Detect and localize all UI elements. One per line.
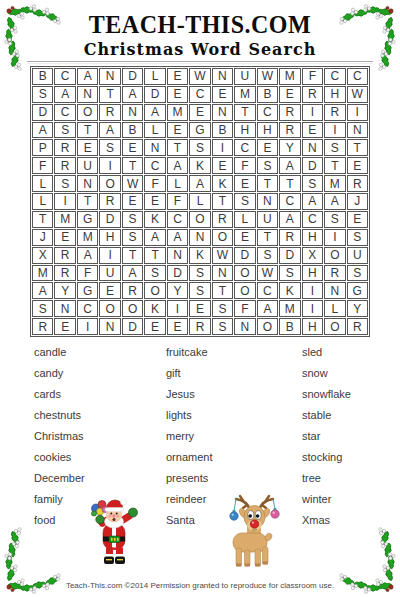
grid-cell-r14c13: I xyxy=(302,300,323,317)
grid-cell-r10c2: E xyxy=(54,229,75,246)
grid-cell-r1c6: L xyxy=(144,68,165,85)
grid-cell-r9c12: A xyxy=(279,211,300,228)
word-list-item: sled xyxy=(302,346,400,358)
grid-cell-r4c14: I xyxy=(324,122,345,139)
grid-cell-r1c2: C xyxy=(54,68,75,85)
word-list-item: Xmas xyxy=(302,514,400,526)
grid-cell-r2c1: S xyxy=(32,86,53,103)
grid-cell-r10c13: H xyxy=(302,229,323,246)
grid-cell-r8c12: C xyxy=(279,193,300,210)
grid-cell-r7c1: L xyxy=(32,175,53,192)
grid-cell-r10c6: A xyxy=(144,229,165,246)
word-list-item: stable xyxy=(302,409,400,421)
grid-cell-r4c13: E xyxy=(302,122,323,139)
grid-cell-r11c6: T xyxy=(144,247,165,264)
grid-cell-r4c7: E xyxy=(167,122,188,139)
grid-cell-r8c11: N xyxy=(257,193,278,210)
word-list-item: chestnuts xyxy=(34,409,159,421)
grid-cell-r8c2: I xyxy=(54,193,75,210)
grid-cell-r11c2: R xyxy=(54,247,75,264)
grid-cell-r7c13: S xyxy=(302,175,323,192)
grid-cell-r2c13: R xyxy=(302,86,323,103)
grid-cell-r8c4: R xyxy=(99,193,120,210)
grid-cell-r8c8: L xyxy=(189,193,210,210)
grid-cell-r12c7: D xyxy=(167,265,188,282)
grid-cell-r3c15: I xyxy=(347,104,368,121)
reindeer-image xyxy=(221,494,288,573)
grid-cell-r7c5: W xyxy=(122,175,143,192)
footer-credit: Teach-This.com ©2014 Permission granted … xyxy=(0,581,400,590)
grid-cell-r2c4: T xyxy=(99,86,120,103)
grid-cell-r11c7: N xyxy=(167,247,188,264)
grid-cell-r11c12: D xyxy=(279,247,300,264)
grid-cell-r14c12: M xyxy=(279,300,300,317)
grid-cell-r13c10: O xyxy=(234,282,255,299)
grid-cell-r11c14: O xyxy=(324,247,345,264)
grid-cell-r3c5: N xyxy=(122,104,143,121)
grid-cell-r9c11: U xyxy=(257,211,278,228)
grid-cell-r12c8: S xyxy=(189,265,210,282)
grid-cell-r6c8: K xyxy=(189,157,210,174)
grid-cell-r2c5: A xyxy=(122,86,143,103)
grid-cell-r5c2: R xyxy=(54,139,75,156)
grid-cell-r7c2: S xyxy=(54,175,75,192)
grid-cell-r13c11: C xyxy=(257,282,278,299)
word-list-item: tree xyxy=(302,472,400,484)
grid-cell-r15c12: B xyxy=(279,318,300,335)
title-divider xyxy=(27,61,373,64)
grid-cell-r2c10: M xyxy=(234,86,255,103)
grid-cell-r12c12: S xyxy=(279,265,300,282)
grid-cell-r2c6: D xyxy=(144,86,165,103)
grid-cell-r1c15: C xyxy=(347,68,368,85)
grid-cell-r14c15: Y xyxy=(347,300,368,317)
grid-cell-r11c15: U xyxy=(347,247,368,264)
grid-cell-r10c14: I xyxy=(324,229,345,246)
grid-cell-r6c15: E xyxy=(347,157,368,174)
grid-cell-r2c8: C xyxy=(189,86,210,103)
grid-cell-r7c8: A xyxy=(189,175,210,192)
grid-cell-r14c10: F xyxy=(234,300,255,317)
grid-cell-r4c2: S xyxy=(54,122,75,139)
grid-cell-r13c15: G xyxy=(347,282,368,299)
grid-cell-r15c15: R xyxy=(347,318,368,335)
grid-cell-r3c13: I xyxy=(302,104,323,121)
grid-cell-r9c15: E xyxy=(347,211,368,228)
grid-cell-r11c4: I xyxy=(99,247,120,264)
grid-cell-r1c5: D xyxy=(122,68,143,85)
grid-cell-r8c7: F xyxy=(167,193,188,210)
grid-cell-r15c5: D xyxy=(122,318,143,335)
puzzle-title: Christmas Word Search xyxy=(0,40,400,59)
grid-cell-r1c14: C xyxy=(324,68,345,85)
grid-cell-r12c11: W xyxy=(257,265,278,282)
worksheet-page: TEACH-THIS.COM Christmas Word Search BCA… xyxy=(0,0,400,597)
grid-cell-r7c7: L xyxy=(167,175,188,192)
grid-cell-r3c14: R xyxy=(324,104,345,121)
grid-cell-r4c6: L xyxy=(144,122,165,139)
grid-cell-r3c9: N xyxy=(212,104,233,121)
grid-cell-r12c6: S xyxy=(144,265,165,282)
grid-cell-r7c3: N xyxy=(77,175,98,192)
grid-cell-r13c2: Y xyxy=(54,282,75,299)
word-list-item: December xyxy=(34,472,159,484)
grid-cell-r2c15: W xyxy=(347,86,368,103)
grid-cell-r12c3: F xyxy=(77,265,98,282)
grid-cell-r11c11: S xyxy=(257,247,278,264)
grid-cell-r2c3: N xyxy=(77,86,98,103)
grid-cell-r13c4: E xyxy=(99,282,120,299)
grid-cell-r10c12: R xyxy=(279,229,300,246)
grid-cell-r12c5: A xyxy=(122,265,143,282)
grid-cell-r3c11: C xyxy=(257,104,278,121)
grid-cell-r1c13: F xyxy=(302,68,323,85)
grid-cell-r11c8: K xyxy=(189,247,210,264)
grid-cell-r10c9: O xyxy=(212,229,233,246)
word-list-item: gift xyxy=(166,367,291,379)
grid-cell-r15c6: E xyxy=(144,318,165,335)
grid-cell-r14c6: K xyxy=(144,300,165,317)
grid-cell-r12c2: R xyxy=(54,265,75,282)
grid-cell-r11c5: T xyxy=(122,247,143,264)
word-list-column-3: sledsnowsnowflakestablestarstockingtreew… xyxy=(302,346,400,535)
grid-cell-r14c9: S xyxy=(212,300,233,317)
grid-cell-r3c1: D xyxy=(32,104,53,121)
word-list-item: presents xyxy=(166,472,291,484)
grid-cell-r1c8: W xyxy=(189,68,210,85)
grid-cell-r2c2: A xyxy=(54,86,75,103)
grid-cell-r5c11: E xyxy=(257,139,278,156)
grid-cell-r8c15: J xyxy=(347,193,368,210)
grid-cell-r6c1: F xyxy=(32,157,53,174)
grid-cell-r4c4: A xyxy=(99,122,120,139)
grid-cell-r9c5: S xyxy=(122,211,143,228)
grid-cell-r7c11: T xyxy=(257,175,278,192)
grid-cell-r15c2: E xyxy=(54,318,75,335)
grid-cell-r11c10: D xyxy=(234,247,255,264)
word-search-grid: BCANDLEWNUWMFCCSANTADECEMBERHWDCORNAMENT… xyxy=(30,66,370,337)
grid-cell-r9c10: L xyxy=(234,211,255,228)
word-list-item: Christmas xyxy=(34,430,159,442)
grid-cell-r9c4: D xyxy=(99,211,120,228)
grid-cell-r14c8: E xyxy=(189,300,210,317)
grid-cell-r14c5: O xyxy=(122,300,143,317)
grid-cell-r11c3: A xyxy=(77,247,98,264)
site-title: TEACH-THIS.COM xyxy=(0,10,400,39)
grid-cell-r14c7: I xyxy=(167,300,188,317)
grid-cell-r8c9: T xyxy=(212,193,233,210)
grid-cell-r12c9: N xyxy=(212,265,233,282)
word-list-item: cookies xyxy=(34,451,159,463)
grid-cell-r10c4: H xyxy=(99,229,120,246)
word-list-item: candle xyxy=(34,346,159,358)
grid-cell-r9c2: M xyxy=(54,211,75,228)
grid-cell-r15c14: O xyxy=(324,318,345,335)
grid-cell-r15c1: R xyxy=(32,318,53,335)
grid-cell-r5c8: S xyxy=(189,139,210,156)
grid-cell-r8c10: S xyxy=(234,193,255,210)
grid-cell-r10c1: J xyxy=(32,229,53,246)
grid-cell-r15c7: E xyxy=(167,318,188,335)
grid-cell-r7c12: T xyxy=(279,175,300,192)
word-list-item: merry xyxy=(166,430,291,442)
grid-cell-r12c10: O xyxy=(234,265,255,282)
grid-cell-r6c11: S xyxy=(257,157,278,174)
grid-cell-r5c13: N xyxy=(302,139,323,156)
grid-cell-r9c8: O xyxy=(189,211,210,228)
grid-cell-r6c13: D xyxy=(302,157,323,174)
word-list-item: lights xyxy=(166,409,291,421)
grid-cell-r6c4: I xyxy=(99,157,120,174)
grid-cell-r6c12: A xyxy=(279,157,300,174)
word-list-item: winter xyxy=(302,493,400,505)
grid-cell-r7c6: F xyxy=(144,175,165,192)
word-list-item: snowflake xyxy=(302,388,400,400)
grid-cell-r13c12: K xyxy=(279,282,300,299)
grid-cell-r4c15: N xyxy=(347,122,368,139)
word-list-item: candy xyxy=(34,367,159,379)
grid-cell-r14c14: L xyxy=(324,300,345,317)
grid-cell-r15c13: H xyxy=(302,318,323,335)
grid-cell-r2c14: H xyxy=(324,86,345,103)
grid-cell-r5c14: S xyxy=(324,139,345,156)
grid-cell-r5c3: E xyxy=(77,139,98,156)
grid-cell-r4c8: G xyxy=(189,122,210,139)
grid-cell-r4c3: T xyxy=(77,122,98,139)
grid-cell-r3c2: C xyxy=(54,104,75,121)
grid-cell-r11c9: W xyxy=(212,247,233,264)
grid-cell-r5c15: T xyxy=(347,139,368,156)
grid-cell-r6c6: C xyxy=(144,157,165,174)
word-list-item: stocking xyxy=(302,451,400,463)
grid-cell-r13c5: R xyxy=(122,282,143,299)
grid-cell-r10c11: T xyxy=(257,229,278,246)
grid-cell-r1c9: N xyxy=(212,68,233,85)
grid-cell-r15c9: S xyxy=(212,318,233,335)
grid-cell-r8c1: L xyxy=(32,193,53,210)
grid-cell-r5c9: I xyxy=(212,139,233,156)
grid-cell-r5c10: C xyxy=(234,139,255,156)
grid-cell-r2c11: B xyxy=(257,86,278,103)
grid-cell-r7c10: E xyxy=(234,175,255,192)
word-list-item: fruitcake xyxy=(166,346,291,358)
grid-cell-r12c14: R xyxy=(324,265,345,282)
word-list-item: snow xyxy=(302,367,400,379)
grid-cell-r14c2: N xyxy=(54,300,75,317)
grid-cell-r14c1: S xyxy=(32,300,53,317)
grid-cell-r6c5: T xyxy=(122,157,143,174)
grid-cell-r1c3: A xyxy=(77,68,98,85)
grid-cell-r3c3: O xyxy=(77,104,98,121)
grid-cell-r2c7: E xyxy=(167,86,188,103)
word-list-item: star xyxy=(302,430,400,442)
grid-cell-r5c1: P xyxy=(32,139,53,156)
grid-cell-r4c1: A xyxy=(32,122,53,139)
grid-cell-r12c1: M xyxy=(32,265,53,282)
grid-cell-r7c4: O xyxy=(99,175,120,192)
grid-cell-r13c8: S xyxy=(189,282,210,299)
grid-cell-r13c14: N xyxy=(324,282,345,299)
grid-cell-r14c4: O xyxy=(99,300,120,317)
grid-cell-r3c12: R xyxy=(279,104,300,121)
grid-cell-r7c9: K xyxy=(212,175,233,192)
grid-cell-r12c4: U xyxy=(99,265,120,282)
grid-cell-r2c9: E xyxy=(212,86,233,103)
grid-cell-r10c10: E xyxy=(234,229,255,246)
grid-cell-r4c12: R xyxy=(279,122,300,139)
grid-cell-r11c13: X xyxy=(302,247,323,264)
grid-cell-r14c3: C xyxy=(77,300,98,317)
grid-cell-r5c12: Y xyxy=(279,139,300,156)
grid-cell-r1c11: W xyxy=(257,68,278,85)
grid-cell-r7c14: M xyxy=(324,175,345,192)
grid-cell-r3c7: M xyxy=(167,104,188,121)
grid-cell-r10c15: S xyxy=(347,229,368,246)
grid-cell-r8c5: E xyxy=(122,193,143,210)
grid-cell-r12c13: H xyxy=(302,265,323,282)
grid-cell-r13c6: O xyxy=(144,282,165,299)
grid-cell-r1c12: M xyxy=(279,68,300,85)
word-list-item: ornament xyxy=(166,451,291,463)
grid-cell-r9c13: C xyxy=(302,211,323,228)
grid-cell-r10c3: M xyxy=(77,229,98,246)
grid-cell-r3c8: E xyxy=(189,104,210,121)
grid-cell-r10c8: N xyxy=(189,229,210,246)
grid-cell-r15c8: R xyxy=(189,318,210,335)
grid-cell-r5c6: N xyxy=(144,139,165,156)
grid-cell-r4c5: B xyxy=(122,122,143,139)
grid-cell-r9c9: R xyxy=(212,211,233,228)
grid-cell-r13c9: T xyxy=(212,282,233,299)
grid-cell-r9c7: C xyxy=(167,211,188,228)
word-list-item: Jesus xyxy=(166,388,291,400)
grid-cell-r6c9: E xyxy=(212,157,233,174)
grid-cell-r5c7: T xyxy=(167,139,188,156)
grid-cell-r10c5: S xyxy=(122,229,143,246)
grid-cell-r12c15: S xyxy=(347,265,368,282)
grid-cell-r8c3: T xyxy=(77,193,98,210)
grid-cell-r9c1: T xyxy=(32,211,53,228)
grid-cell-r4c9: B xyxy=(212,122,233,139)
grid-cell-r3c6: A xyxy=(144,104,165,121)
grid-cell-r8c6: E xyxy=(144,193,165,210)
grid-cell-r1c1: B xyxy=(32,68,53,85)
grid-cell-r6c14: T xyxy=(324,157,345,174)
word-list-item: cards xyxy=(34,388,159,400)
grid-cell-r3c4: R xyxy=(99,104,120,121)
grid-cell-r5c5: E xyxy=(122,139,143,156)
grid-cell-r6c10: F xyxy=(234,157,255,174)
grid-cell-r4c11: H xyxy=(257,122,278,139)
grid-cell-r11c1: X xyxy=(32,247,53,264)
grid-cell-r13c13: I xyxy=(302,282,323,299)
grid-cell-r1c10: U xyxy=(234,68,255,85)
santa-image xyxy=(85,496,142,567)
grid-cell-r2c12: E xyxy=(279,86,300,103)
grid-cell-r14c11: A xyxy=(257,300,278,317)
grid-cell-r6c7: A xyxy=(167,157,188,174)
grid-cell-r13c1: A xyxy=(32,282,53,299)
grid-cell-r1c4: N xyxy=(99,68,120,85)
grid-cell-r15c4: N xyxy=(99,318,120,335)
grid-cell-r8c13: A xyxy=(302,193,323,210)
grid-cell-r15c3: I xyxy=(77,318,98,335)
grid-cell-r9c14: S xyxy=(324,211,345,228)
grid-cell-r15c10: N xyxy=(234,318,255,335)
grid-cell-r3c10: T xyxy=(234,104,255,121)
grid-cell-r1c7: E xyxy=(167,68,188,85)
grid-cell-r13c7: Y xyxy=(167,282,188,299)
grid-cell-r9c6: K xyxy=(144,211,165,228)
grid-cell-r6c2: R xyxy=(54,157,75,174)
grid-cell-r13c3: G xyxy=(77,282,98,299)
grid-cell-r15c11: O xyxy=(257,318,278,335)
grid-cell-r9c3: G xyxy=(77,211,98,228)
grid-cell-r6c3: U xyxy=(77,157,98,174)
grid-cell-r4c10: H xyxy=(234,122,255,139)
grid-cell-r10c7: A xyxy=(167,229,188,246)
grid-cell-r7c15: R xyxy=(347,175,368,192)
grid-cell-r5c4: S xyxy=(99,139,120,156)
grid-cell-r8c14: A xyxy=(324,193,345,210)
